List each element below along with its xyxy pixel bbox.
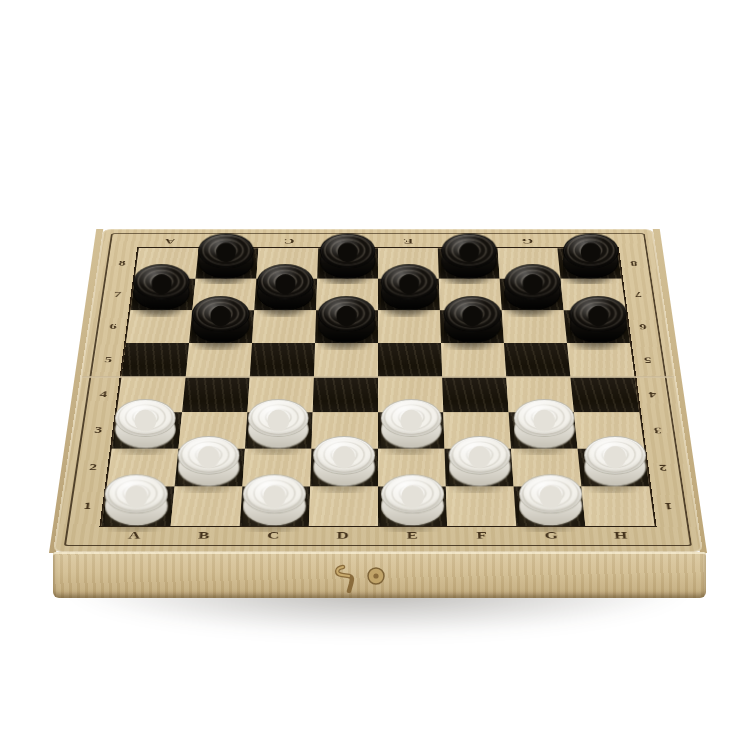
square-d8[interactable]: ● — [317, 248, 378, 279]
file-label-f-top: F — [437, 235, 497, 248]
rank-label-7-right: 7 — [623, 279, 654, 311]
rank-label-8-right: 8 — [619, 248, 649, 279]
checker-glyph: ● — [519, 476, 582, 512]
rank-label-4-right: 4 — [636, 377, 669, 412]
square-b5[interactable] — [186, 343, 252, 377]
file-label-g-top: G — [497, 235, 558, 248]
photo-stage: ●●●●●●●●●●●●●●●●●●●●●●●● ABCDEFGH ABCDEF… — [0, 0, 750, 750]
square-f4[interactable] — [442, 377, 508, 412]
square-e1[interactable]: ● — [378, 487, 447, 526]
checker-white-b2[interactable]: ● — [178, 436, 240, 486]
square-h8[interactable]: ● — [557, 248, 621, 279]
checker-glyph: ● — [584, 438, 646, 473]
square-a5[interactable] — [121, 343, 189, 377]
square-e3[interactable]: ● — [378, 412, 445, 448]
square-d5[interactable] — [314, 343, 378, 377]
square-e7[interactable]: ● — [378, 279, 440, 311]
checker-white-a3[interactable]: ● — [115, 399, 176, 448]
square-c7[interactable]: ● — [254, 279, 317, 311]
square-c3[interactable]: ● — [245, 412, 313, 448]
file-label-a-top: A — [139, 235, 200, 248]
square-a3[interactable]: ● — [112, 412, 182, 448]
checker-white-c3[interactable]: ● — [248, 399, 309, 448]
rank-label-1-right: 1 — [651, 487, 686, 526]
square-c6[interactable] — [252, 310, 316, 343]
checker-glyph: ● — [257, 266, 314, 298]
square-h2[interactable]: ● — [578, 449, 650, 487]
checker-glyph: ● — [449, 438, 511, 473]
checker-white-c1[interactable]: ● — [243, 474, 306, 525]
checker-white-d2[interactable]: ● — [313, 436, 375, 486]
square-b6[interactable]: ● — [189, 310, 254, 343]
square-c5[interactable] — [250, 343, 315, 377]
checkers-board: ●●●●●●●●●●●●●●●●●●●●●●●● ABCDEFGH ABCDEF… — [53, 229, 703, 552]
square-d2[interactable]: ● — [310, 449, 378, 487]
rank-label-5-right: 5 — [632, 343, 664, 377]
checker-glyph: ● — [192, 298, 250, 330]
checker-glyph: ● — [248, 401, 309, 435]
rank-label-3-right: 3 — [641, 412, 674, 448]
checker-glyph: ● — [133, 266, 190, 298]
brass-latch-icon — [329, 561, 399, 593]
rank-label-5-left: 5 — [92, 343, 124, 377]
checker-white-g3[interactable]: ● — [514, 399, 575, 448]
square-e5[interactable] — [378, 343, 442, 377]
file-label-h-top: H — [556, 235, 617, 248]
fold-seam — [82, 376, 674, 378]
square-h4[interactable] — [570, 377, 639, 412]
square-b2[interactable]: ● — [175, 449, 245, 487]
checker-black-d6[interactable]: ● — [318, 296, 376, 343]
square-h5[interactable] — [567, 343, 635, 377]
checker-glyph: ● — [381, 266, 438, 298]
square-d4[interactable] — [313, 377, 378, 412]
checker-black-e7[interactable]: ● — [381, 264, 438, 310]
checker-black-c7[interactable]: ● — [257, 264, 314, 310]
square-a6[interactable] — [126, 310, 192, 343]
board-scene: ●●●●●●●●●●●●●●●●●●●●●●●● ABCDEFGH ABCDEF… — [53, 0, 703, 552]
checker-black-g7[interactable]: ● — [504, 264, 561, 310]
checker-glyph: ● — [444, 298, 502, 330]
checker-white-e1[interactable]: ● — [381, 474, 444, 525]
checker-black-h6[interactable]: ● — [570, 296, 628, 343]
square-g3[interactable]: ● — [509, 412, 578, 448]
file-label-e-top: E — [378, 235, 438, 248]
file-labels-top: ABCDEFGH — [139, 235, 617, 248]
checker-glyph: ● — [570, 298, 628, 330]
checker-glyph: ● — [514, 401, 575, 435]
square-c1[interactable]: ● — [240, 487, 310, 526]
file-label-d-top: D — [318, 235, 378, 248]
square-g6[interactable] — [502, 310, 567, 343]
square-a7[interactable]: ● — [130, 279, 195, 311]
checker-black-b6[interactable]: ● — [192, 296, 250, 343]
file-label-c-top: C — [258, 235, 318, 248]
square-f5[interactable] — [441, 343, 506, 377]
square-g5[interactable] — [504, 343, 570, 377]
checker-white-a1[interactable]: ● — [105, 474, 168, 525]
square-e6[interactable] — [378, 310, 441, 343]
checker-glyph: ● — [105, 476, 168, 512]
square-f6[interactable]: ● — [440, 310, 504, 343]
rank-label-6-right: 6 — [627, 310, 658, 343]
checker-white-g1[interactable]: ● — [519, 474, 582, 525]
checker-glyph: ● — [318, 298, 376, 330]
checker-glyph: ● — [381, 476, 444, 512]
rank-label-2-right: 2 — [646, 449, 680, 487]
rank-label-3-left: 3 — [81, 412, 114, 448]
board-front-face — [53, 552, 706, 598]
square-g7[interactable]: ● — [500, 279, 564, 311]
checker-white-f2[interactable]: ● — [449, 436, 511, 486]
checker-glyph: ● — [313, 438, 375, 473]
square-f8[interactable]: ● — [438, 248, 500, 279]
checker-black-f6[interactable]: ● — [444, 296, 502, 343]
square-a1[interactable]: ● — [102, 487, 175, 526]
checker-glyph: ● — [115, 401, 176, 435]
checker-black-a7[interactable]: ● — [133, 264, 190, 310]
square-b8[interactable]: ● — [196, 248, 259, 279]
square-f2[interactable]: ● — [445, 449, 514, 487]
rank-label-6-left: 6 — [97, 310, 128, 343]
checker-glyph: ● — [381, 401, 442, 435]
square-g1[interactable]: ● — [514, 487, 586, 526]
checker-glyph: ● — [243, 476, 306, 512]
file-label-b-top: B — [199, 235, 260, 248]
checker-white-h2[interactable]: ● — [584, 436, 646, 486]
checker-glyph: ● — [178, 438, 240, 473]
rank-label-7-left: 7 — [102, 279, 133, 311]
checker-white-e3[interactable]: ● — [381, 399, 442, 448]
square-b4[interactable] — [182, 377, 250, 412]
square-h6[interactable]: ● — [564, 310, 630, 343]
checker-glyph: ● — [504, 266, 561, 298]
square-d6[interactable]: ● — [315, 310, 378, 343]
